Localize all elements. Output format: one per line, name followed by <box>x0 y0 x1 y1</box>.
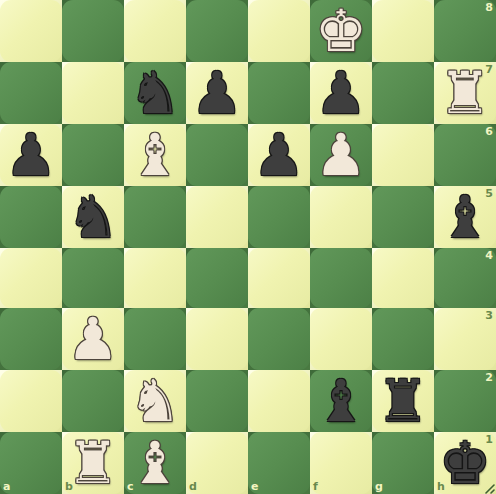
white-rook-b1[interactable]: ♜ <box>67 432 119 494</box>
square-b5[interactable]: ♞ <box>62 186 124 248</box>
black-pawn-e6[interactable]: ♟ <box>253 124 305 186</box>
square-h5[interactable]: ♝5 <box>434 186 496 248</box>
square-h8[interactable]: 8 <box>434 0 496 62</box>
square-f5[interactable] <box>310 186 372 248</box>
square-b8[interactable] <box>62 0 124 62</box>
square-d3[interactable] <box>186 308 248 370</box>
square-f8[interactable]: ♚ <box>310 0 372 62</box>
square-f1[interactable]: f <box>310 432 372 494</box>
square-e1[interactable]: e <box>248 432 310 494</box>
square-a6[interactable]: ♟ <box>0 124 62 186</box>
black-pawn-d7[interactable]: ♟ <box>191 62 243 124</box>
black-bishop-f2[interactable]: ♝ <box>315 370 367 432</box>
square-e8[interactable] <box>248 0 310 62</box>
square-e3[interactable] <box>248 308 310 370</box>
square-c8[interactable] <box>124 0 186 62</box>
square-c5[interactable] <box>124 186 186 248</box>
square-d2[interactable] <box>186 370 248 432</box>
square-b4[interactable] <box>62 248 124 308</box>
white-bishop-c6[interactable]: ♝ <box>129 124 181 186</box>
black-pawn-f7[interactable]: ♟ <box>315 62 367 124</box>
square-b1[interactable]: ♜b <box>62 432 124 494</box>
square-f6[interactable]: ♟ <box>310 124 372 186</box>
rank-label-8: 8 <box>485 1 493 14</box>
rank-label-3: 3 <box>485 309 493 322</box>
white-rook-h7[interactable]: ♜ <box>439 62 491 124</box>
file-label-g: g <box>375 480 383 493</box>
rank-label-2: 2 <box>485 371 493 384</box>
file-label-e: e <box>251 480 258 493</box>
square-d4[interactable] <box>186 248 248 308</box>
square-a3[interactable] <box>0 308 62 370</box>
square-e4[interactable] <box>248 248 310 308</box>
white-pawn-b3[interactable]: ♟ <box>67 308 119 370</box>
square-a1[interactable]: a <box>0 432 62 494</box>
square-d6[interactable] <box>186 124 248 186</box>
square-g8[interactable] <box>372 0 434 62</box>
square-b3[interactable]: ♟ <box>62 308 124 370</box>
square-a4[interactable] <box>0 248 62 308</box>
black-knight-c7[interactable]: ♞ <box>129 62 181 124</box>
square-c1[interactable]: ♝c <box>124 432 186 494</box>
square-c7[interactable]: ♞ <box>124 62 186 124</box>
square-g3[interactable] <box>372 308 434 370</box>
white-king-f8[interactable]: ♚ <box>315 0 367 62</box>
square-a8[interactable] <box>0 0 62 62</box>
black-bishop-h5[interactable]: ♝ <box>439 186 491 248</box>
square-g5[interactable] <box>372 186 434 248</box>
file-label-a: a <box>3 480 10 493</box>
square-f2[interactable]: ♝ <box>310 370 372 432</box>
square-d1[interactable]: d <box>186 432 248 494</box>
square-g4[interactable] <box>372 248 434 308</box>
square-e2[interactable] <box>248 370 310 432</box>
square-g7[interactable] <box>372 62 434 124</box>
square-b7[interactable] <box>62 62 124 124</box>
square-h4[interactable]: 4 <box>434 248 496 308</box>
square-g6[interactable] <box>372 124 434 186</box>
square-c6[interactable]: ♝ <box>124 124 186 186</box>
file-label-d: d <box>189 480 197 493</box>
square-e5[interactable] <box>248 186 310 248</box>
square-h7[interactable]: ♜7 <box>434 62 496 124</box>
black-rook-g2[interactable]: ♜ <box>377 370 429 432</box>
square-b6[interactable] <box>62 124 124 186</box>
white-bishop-c1[interactable]: ♝ <box>129 432 181 494</box>
square-d8[interactable] <box>186 0 248 62</box>
square-d7[interactable]: ♟ <box>186 62 248 124</box>
square-f7[interactable]: ♟ <box>310 62 372 124</box>
square-d5[interactable] <box>186 186 248 248</box>
square-f4[interactable] <box>310 248 372 308</box>
square-c4[interactable] <box>124 248 186 308</box>
white-pawn-f6[interactable]: ♟ <box>315 124 367 186</box>
chess-board[interactable]: ♚8♞♟♟♜7♟♝♟♟6♞♝54♟3♞♝♜2a♜b♝cdefg♚1h <box>0 0 496 494</box>
square-b2[interactable] <box>62 370 124 432</box>
file-label-f: f <box>313 480 318 493</box>
square-g2[interactable]: ♜ <box>372 370 434 432</box>
square-a5[interactable] <box>0 186 62 248</box>
square-h3[interactable]: 3 <box>434 308 496 370</box>
square-f3[interactable] <box>310 308 372 370</box>
black-knight-b5[interactable]: ♞ <box>67 186 119 248</box>
square-h2[interactable]: 2 <box>434 370 496 432</box>
white-knight-c2[interactable]: ♞ <box>129 370 181 432</box>
black-pawn-a6[interactable]: ♟ <box>5 124 57 186</box>
square-a7[interactable] <box>0 62 62 124</box>
square-g1[interactable]: g <box>372 432 434 494</box>
square-c3[interactable] <box>124 308 186 370</box>
resize-handle-icon[interactable] <box>482 480 496 494</box>
square-e6[interactable]: ♟ <box>248 124 310 186</box>
square-a2[interactable] <box>0 370 62 432</box>
square-c2[interactable]: ♞ <box>124 370 186 432</box>
square-h6[interactable]: 6 <box>434 124 496 186</box>
square-e7[interactable] <box>248 62 310 124</box>
